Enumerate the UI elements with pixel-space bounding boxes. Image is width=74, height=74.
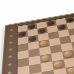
- board-scene: ✼✼✼✼✼✼✼✼ ⛂⛂⛂⛂⛂⛂⛂⛂⛂⛀⛀⛀⛀⛀⛀⛀: [0, 4, 74, 74]
- frame-ornament-icon: ✼: [8, 55, 12, 59]
- game-board: ✼✼✼✼✼✼✼✼ ⛂⛂⛂⛂⛂⛂⛂⛂⛂⛀⛀⛀⛀⛀⛀⛀: [0, 9, 74, 74]
- board-grid: ⛂⛂⛂⛂⛂⛂⛂⛂⛂⛀⛀⛀⛀⛀⛀⛀: [17, 13, 74, 74]
- frame-ornament-icon: ✼: [8, 47, 12, 51]
- board-square: [17, 65, 29, 74]
- product-photo[interactable]: ✼✼✼✼✼✼✼✼ ⛂⛂⛂⛂⛂⛂⛂⛂⛂⛀⛀⛀⛀⛀⛀⛀: [0, 0, 74, 74]
- frame-ornament-icon: ✼: [9, 28, 13, 31]
- frame-ornament-icon: ✼: [8, 62, 12, 66]
- frame-ornament-icon: ✼: [9, 41, 13, 45]
- frame-ornament-icon: ✼: [7, 71, 12, 74]
- checker-light: ⛀: [67, 67, 74, 74]
- frame-ornament-column: ✼✼✼✼✼✼✼✼: [3, 28, 15, 74]
- board-square: ⛀: [65, 65, 74, 74]
- frame-ornament-icon: ✼: [9, 34, 13, 37]
